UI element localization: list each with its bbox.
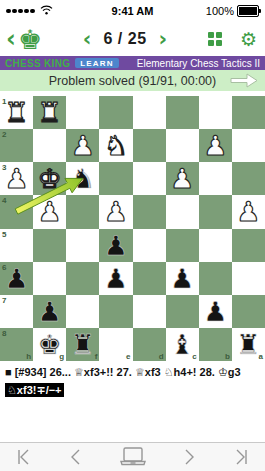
piece-wP: ♟ [104, 198, 128, 225]
square-d5[interactable] [133, 229, 166, 262]
square-b3[interactable] [199, 162, 232, 195]
settings-gear-icon[interactable]: ⚙ [240, 30, 257, 49]
piece-wP: ♟ [236, 198, 260, 225]
rank-label: 4 [2, 196, 6, 205]
square-e1[interactable] [99, 96, 132, 129]
square-c5[interactable] [166, 229, 199, 262]
square-g3[interactable]: ♚ [33, 162, 66, 195]
piece-wP: ♟ [203, 132, 227, 159]
square-e5[interactable]: ♟ [99, 229, 132, 262]
square-b6[interactable] [199, 262, 232, 295]
square-f4[interactable] [66, 195, 99, 228]
square-f8[interactable]: f♜ [66, 328, 99, 361]
square-a5[interactable] [232, 229, 265, 262]
chess-king-logo-icon[interactable]: ♚ [18, 26, 42, 53]
solution-line-2-highlighted: ♘xf3!∓/−+ [5, 383, 64, 397]
file-label: b [225, 352, 230, 361]
file-label: c [192, 352, 196, 361]
square-g7[interactable]: ♟ [33, 295, 66, 328]
battery-icon [237, 5, 259, 17]
brand-bar: CHESS KING LEARN Elementary Chess Tactic… [0, 56, 265, 70]
square-e8[interactable]: e [99, 328, 132, 361]
piece-wK: ♚ [38, 165, 62, 192]
square-b4[interactable] [199, 195, 232, 228]
rank-label: 8 [2, 329, 6, 338]
square-f7[interactable] [66, 295, 99, 328]
rank-label: 3 [2, 163, 6, 172]
back-chevron-icon[interactable]: ‹ [6, 28, 16, 50]
piece-bP: ♟ [104, 232, 128, 259]
learn-badge: LEARN [75, 58, 119, 68]
square-d8[interactable]: d [133, 328, 166, 361]
square-a4[interactable]: ♟ [232, 195, 265, 228]
square-c3[interactable]: ♟ [166, 162, 199, 195]
rank-label: 7 [2, 296, 6, 305]
square-a6[interactable] [232, 262, 265, 295]
square-e2[interactable]: ♞ [99, 129, 132, 162]
wifi-icon [40, 5, 53, 17]
square-c1[interactable] [166, 96, 199, 129]
square-d2[interactable] [133, 129, 166, 162]
piece-bB: ♝ [170, 331, 194, 358]
previous-move-button[interactable] [66, 447, 86, 467]
square-d7[interactable] [133, 295, 166, 328]
square-e3[interactable] [99, 162, 132, 195]
last-move-button[interactable] [231, 447, 251, 467]
square-h1[interactable]: 1♜ [0, 96, 33, 129]
file-label: a [259, 352, 263, 361]
square-h7[interactable]: 7 [0, 295, 33, 328]
square-e4[interactable]: ♟ [99, 195, 132, 228]
square-d1[interactable] [133, 96, 166, 129]
piece-wR: ♜ [38, 99, 62, 126]
square-a3[interactable] [232, 162, 265, 195]
square-b1[interactable] [199, 96, 232, 129]
rank-label: 5 [2, 230, 6, 239]
rank-label: 2 [2, 130, 6, 139]
square-d3[interactable] [133, 162, 166, 195]
grid-menu-icon[interactable] [208, 32, 222, 46]
piece-bP: ♟ [4, 265, 28, 292]
square-a8[interactable]: a♜ [232, 328, 265, 361]
piece-bK: ♚ [38, 331, 62, 358]
square-e7[interactable] [99, 295, 132, 328]
square-c6[interactable]: ♟ [166, 262, 199, 295]
piece-bP: ♟ [104, 265, 128, 292]
square-g1[interactable]: ♜ [33, 96, 66, 129]
piece-bP: ♟ [203, 298, 227, 325]
file-label: f [95, 352, 98, 361]
square-a1[interactable] [232, 96, 265, 129]
piece-wP: ♟ [4, 165, 28, 192]
square-d4[interactable] [133, 195, 166, 228]
result-banner: Problem solved (91/91, 00:00) [0, 70, 265, 91]
square-f5[interactable] [66, 229, 99, 262]
square-e6[interactable]: ♟ [99, 262, 132, 295]
square-h5[interactable]: 5 [0, 229, 33, 262]
app-window: 9:41 AM 100% ‹ ♚ ‹ 6 / 25 › ⚙ CHESS KING… [0, 0, 265, 471]
board-view-button[interactable] [119, 446, 147, 468]
prev-problem-chevron-icon[interactable]: ‹ [83, 28, 92, 50]
square-b5[interactable] [199, 229, 232, 262]
piece-wR: ♜ [4, 99, 28, 126]
next-move-button[interactable] [179, 447, 199, 467]
nav-bar: ‹ ♚ ‹ 6 / 25 › ⚙ [0, 22, 265, 56]
next-problem-chevron-icon[interactable]: › [159, 28, 168, 50]
app-name-logo: CHESS KING [5, 58, 70, 69]
signal-strength-icon [6, 5, 86, 17]
clock-time: 9:41 AM [86, 5, 179, 17]
square-h8[interactable]: 8h [0, 328, 33, 361]
problem-counter: 6 / 25 [104, 30, 147, 48]
next-problem-arrow-icon[interactable] [229, 72, 259, 93]
square-g8[interactable]: g♚ [33, 328, 66, 361]
first-move-button[interactable] [14, 447, 34, 467]
solution-caption: ■ [#934] 26... ♕xf3+!! 27. ♕xf3 ♘h4+! 28… [0, 361, 265, 438]
square-h6[interactable]: 6♟ [0, 262, 33, 295]
piece-wN: ♞ [104, 132, 128, 159]
square-b2[interactable]: ♟ [199, 129, 232, 162]
square-c7[interactable] [166, 295, 199, 328]
piece-bP: ♟ [170, 265, 194, 292]
square-g5[interactable] [33, 229, 66, 262]
result-text: Problem solved (91/91, 00:00) [49, 74, 216, 88]
piece-bR: ♜ [236, 331, 260, 358]
square-h2[interactable]: 2 [0, 129, 33, 162]
square-g4[interactable]: ♟ [33, 195, 66, 228]
piece-wP: ♟ [38, 198, 62, 225]
chess-board: 1♜♜2♟♞♟3♟♚♞♟4♟♟♟5♟6♟♟♟7♟♟8hg♚f♜edc♝ba♜ [0, 96, 265, 361]
file-label: e [126, 352, 130, 361]
bottom-toolbar [0, 442, 265, 471]
square-b8[interactable]: b [199, 328, 232, 361]
rank-label: 6 [2, 263, 6, 272]
rank-label: 1 [2, 97, 6, 106]
square-a2[interactable] [232, 129, 265, 162]
square-c8[interactable]: c♝ [166, 328, 199, 361]
piece-wP: ♟ [71, 132, 95, 159]
solution-line-1: ■ [#934] 26... ♕xf3+!! 27. ♕xf3 ♘h4+! 28… [5, 365, 260, 380]
square-f3[interactable]: ♞ [66, 162, 99, 195]
status-bar: 9:41 AM 100% [0, 0, 265, 22]
square-g6[interactable] [33, 262, 66, 295]
square-b7[interactable]: ♟ [199, 295, 232, 328]
square-f1[interactable] [66, 96, 99, 129]
course-title: Elementary Chess Tactics II [124, 58, 260, 69]
file-label: g [59, 352, 64, 361]
square-g2[interactable] [33, 129, 66, 162]
piece-wP: ♟ [170, 165, 194, 192]
square-h4[interactable]: 4 [0, 195, 33, 228]
battery-percent: 100% [206, 5, 234, 17]
piece-bN: ♞ [71, 165, 95, 192]
file-label: d [159, 352, 164, 361]
piece-bP: ♟ [38, 298, 62, 325]
square-f2[interactable]: ♟ [66, 129, 99, 162]
square-h3[interactable]: 3♟ [0, 162, 33, 195]
square-f6[interactable] [66, 262, 99, 295]
board-area: 1♜♜2♟♞♟3♟♚♞♟4♟♟♟5♟6♟♟♟7♟♟8hg♚f♜edc♝ba♜ [0, 96, 265, 361]
square-c2[interactable] [166, 129, 199, 162]
square-a7[interactable] [232, 295, 265, 328]
file-label: h [26, 352, 31, 361]
square-c4[interactable] [166, 195, 199, 228]
square-d6[interactable] [133, 262, 166, 295]
piece-bR: ♜ [71, 331, 95, 358]
